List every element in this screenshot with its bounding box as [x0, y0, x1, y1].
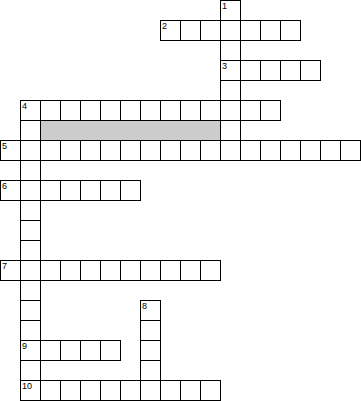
cell-r9-c2[interactable]	[40, 180, 61, 201]
cell-r1-c9[interactable]	[180, 20, 201, 41]
cell-r17-c5[interactable]	[100, 340, 121, 361]
cell-r4-c11[interactable]	[220, 80, 241, 101]
cell-r2-c11[interactable]	[220, 40, 241, 61]
cell-r19-c2[interactable]	[40, 380, 61, 401]
cell-r9-c3[interactable]	[60, 180, 81, 201]
cell-r7-c16[interactable]	[320, 140, 341, 161]
cell-r19-c3[interactable]	[60, 380, 81, 401]
cell-r0-c11[interactable]: 1	[220, 0, 241, 21]
cell-r5-c12[interactable]	[240, 100, 261, 121]
clue-number-5: 5	[2, 141, 7, 151]
cell-r5-c6[interactable]	[120, 100, 141, 121]
cell-r9-c4[interactable]	[80, 180, 101, 201]
cell-r13-c7[interactable]	[140, 260, 161, 281]
cell-r5-c2[interactable]	[40, 100, 61, 121]
crossword-board: 12345678910	[0, 0, 361, 401]
clue-number-8: 8	[142, 301, 147, 311]
cell-r5-c3[interactable]	[60, 100, 81, 121]
cell-r15-c7[interactable]: 8	[140, 300, 161, 321]
cell-r9-c6[interactable]	[120, 180, 141, 201]
cell-r6-c1[interactable]	[20, 120, 41, 141]
cell-r16-c1[interactable]	[20, 320, 41, 341]
cell-r14-c1[interactable]	[20, 280, 41, 301]
cell-r13-c5[interactable]	[100, 260, 121, 281]
cell-r19-c4[interactable]	[80, 380, 101, 401]
cell-r9-c1[interactable]	[20, 180, 41, 201]
cell-r1-c13[interactable]	[260, 20, 281, 41]
cell-r12-c1[interactable]	[20, 240, 41, 261]
cell-r5-c4[interactable]	[80, 100, 101, 121]
cell-r5-c8[interactable]	[160, 100, 181, 121]
cell-r7-c15[interactable]	[300, 140, 321, 161]
cell-r7-c13[interactable]	[260, 140, 281, 161]
cell-r19-c9[interactable]	[180, 380, 201, 401]
cell-r9-c5[interactable]	[100, 180, 121, 201]
cell-r5-c5[interactable]	[100, 100, 121, 121]
cell-r17-c1[interactable]: 9	[20, 340, 41, 361]
clue-number-4: 4	[22, 101, 27, 111]
cell-r13-c10[interactable]	[200, 260, 221, 281]
cell-r7-c5[interactable]	[100, 140, 121, 161]
cell-r18-c7[interactable]	[140, 360, 161, 381]
highlighted-word-slot[interactable]	[40, 120, 221, 141]
cell-r3-c14[interactable]	[280, 60, 301, 81]
cell-r13-c8[interactable]	[160, 260, 181, 281]
clue-number-3: 3	[222, 61, 227, 71]
cell-r9-c0[interactable]: 6	[0, 180, 21, 201]
cell-r16-c7[interactable]	[140, 320, 161, 341]
cell-r13-c0[interactable]: 7	[0, 260, 21, 281]
cell-r11-c1[interactable]	[20, 220, 41, 241]
cell-r19-c7[interactable]	[140, 380, 161, 401]
cell-r3-c11[interactable]: 3	[220, 60, 241, 81]
cell-r8-c1[interactable]	[20, 160, 41, 181]
cell-r1-c10[interactable]	[200, 20, 221, 41]
cell-r3-c12[interactable]	[240, 60, 261, 81]
cell-r5-c7[interactable]	[140, 100, 161, 121]
cell-r7-c1[interactable]	[20, 140, 41, 161]
cell-r7-c14[interactable]	[280, 140, 301, 161]
cell-r7-c4[interactable]	[80, 140, 101, 161]
cell-r15-c1[interactable]	[20, 300, 41, 321]
clue-number-10: 10	[22, 381, 32, 391]
cell-r7-c0[interactable]: 5	[0, 140, 21, 161]
cell-r7-c12[interactable]	[240, 140, 261, 161]
clue-number-2: 2	[162, 21, 167, 31]
cell-r6-c11[interactable]	[220, 120, 241, 141]
cell-r18-c1[interactable]	[20, 360, 41, 381]
cell-r7-c11[interactable]	[220, 140, 241, 161]
cell-r7-c2[interactable]	[40, 140, 61, 161]
cell-r19-c5[interactable]	[100, 380, 121, 401]
cell-r7-c3[interactable]	[60, 140, 81, 161]
cell-r13-c9[interactable]	[180, 260, 201, 281]
cell-r7-c10[interactable]	[200, 140, 221, 161]
cell-r1-c8[interactable]: 2	[160, 20, 181, 41]
cell-r7-c6[interactable]	[120, 140, 141, 161]
clue-number-7: 7	[2, 261, 7, 271]
cell-r10-c1[interactable]	[20, 200, 41, 221]
cell-r3-c15[interactable]	[300, 60, 321, 81]
cell-r7-c7[interactable]	[140, 140, 161, 161]
cell-r5-c10[interactable]	[200, 100, 221, 121]
cell-r5-c13[interactable]	[260, 100, 281, 121]
cell-r19-c8[interactable]	[160, 380, 181, 401]
cell-r17-c4[interactable]	[80, 340, 101, 361]
clue-number-1: 1	[222, 1, 227, 11]
cell-r13-c4[interactable]	[80, 260, 101, 281]
cell-r17-c2[interactable]	[40, 340, 61, 361]
cell-r13-c3[interactable]	[60, 260, 81, 281]
cell-r19-c10[interactable]	[200, 380, 221, 401]
cell-r5-c1[interactable]: 4	[20, 100, 41, 121]
clue-number-9: 9	[22, 341, 27, 351]
cell-r7-c17[interactable]	[340, 140, 361, 161]
cell-r7-c8[interactable]	[160, 140, 181, 161]
cell-r13-c6[interactable]	[120, 260, 141, 281]
cell-r5-c11[interactable]	[220, 100, 241, 121]
cell-r19-c6[interactable]	[120, 380, 141, 401]
cell-r17-c7[interactable]	[140, 340, 161, 361]
cell-r1-c12[interactable]	[240, 20, 261, 41]
cell-r3-c13[interactable]	[260, 60, 281, 81]
cell-r13-c2[interactable]	[40, 260, 61, 281]
clue-number-6: 6	[2, 181, 7, 191]
cell-r13-c1[interactable]	[20, 260, 41, 281]
cell-r17-c3[interactable]	[60, 340, 81, 361]
cell-r5-c9[interactable]	[180, 100, 201, 121]
cell-r19-c1[interactable]: 10	[20, 380, 41, 401]
cell-r1-c14[interactable]	[280, 20, 301, 41]
cell-r7-c9[interactable]	[180, 140, 201, 161]
cell-r1-c11[interactable]	[220, 20, 241, 41]
